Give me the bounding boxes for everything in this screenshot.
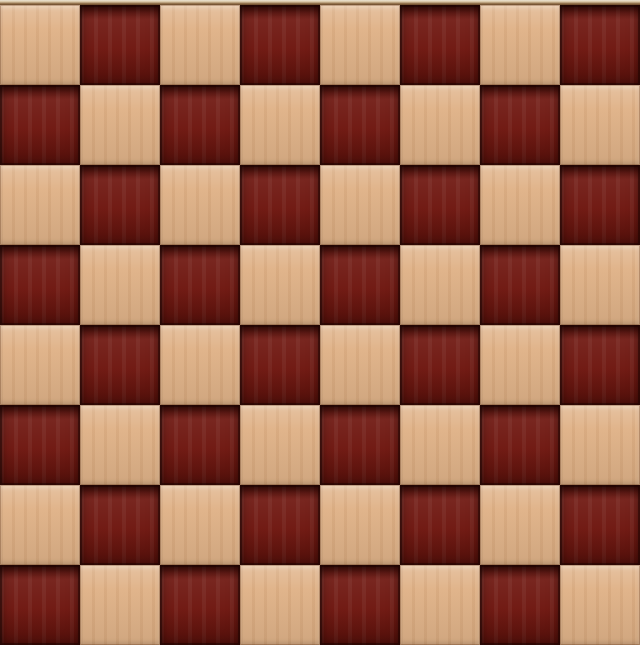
square-e7[interactable]: ♟	[320, 85, 400, 165]
square-d7[interactable]	[240, 85, 320, 165]
white-pawn: ♟	[80, 405, 160, 485]
square-a6[interactable]	[0, 165, 80, 245]
black-pawn: ♟	[560, 245, 640, 325]
square-f2[interactable]	[400, 485, 480, 565]
square-d3[interactable]	[240, 405, 320, 485]
square-c5[interactable]	[160, 245, 240, 325]
square-g6[interactable]	[480, 165, 560, 245]
square-g5[interactable]	[480, 245, 560, 325]
square-c2[interactable]	[160, 485, 240, 565]
square-a2[interactable]: ♚	[0, 485, 80, 565]
square-d1[interactable]	[240, 565, 320, 645]
square-b5[interactable]	[80, 245, 160, 325]
square-c8[interactable]	[160, 5, 240, 85]
white-knight: ♞	[320, 5, 400, 85]
square-a7[interactable]	[0, 85, 80, 165]
chess-screenshot: ♞♟♟♟♟♝♚♟♟♟♚♟♜♛ YAPLAKAL.COM	[0, 0, 640, 645]
square-f8[interactable]	[400, 5, 480, 85]
square-c6[interactable]	[160, 165, 240, 245]
square-d8[interactable]	[240, 5, 320, 85]
square-b4[interactable]: ♟	[80, 325, 160, 405]
square-e1[interactable]: ♜	[320, 565, 400, 645]
square-a8[interactable]	[0, 5, 80, 85]
square-c4[interactable]: ♝	[160, 325, 240, 405]
square-e4[interactable]: ♚	[320, 325, 400, 405]
square-f5[interactable]	[400, 245, 480, 325]
square-h3[interactable]	[560, 405, 640, 485]
square-h5[interactable]: ♟	[560, 245, 640, 325]
square-g3[interactable]	[480, 405, 560, 485]
square-b3[interactable]: ♟	[80, 405, 160, 485]
square-h4[interactable]	[560, 325, 640, 405]
square-h8[interactable]	[560, 5, 640, 85]
square-c1[interactable]	[160, 565, 240, 645]
square-b1[interactable]	[80, 565, 160, 645]
white-pawn: ♟	[320, 485, 400, 565]
square-h1[interactable]	[560, 565, 640, 645]
square-h2[interactable]	[560, 485, 640, 565]
square-a5[interactable]	[0, 245, 80, 325]
square-g8[interactable]	[480, 5, 560, 85]
square-b6[interactable]	[80, 165, 160, 245]
square-e5[interactable]	[320, 245, 400, 325]
square-d6[interactable]: ♟	[240, 165, 320, 245]
square-a4[interactable]	[0, 325, 80, 405]
square-a3[interactable]: ♟	[0, 405, 80, 485]
black-pawn: ♟	[0, 405, 80, 485]
square-f1[interactable]	[400, 565, 480, 645]
white-queen: ♛	[480, 565, 560, 645]
square-g4[interactable]	[480, 325, 560, 405]
square-d2[interactable]	[240, 485, 320, 565]
square-e3[interactable]	[320, 405, 400, 485]
square-b7[interactable]	[80, 85, 160, 165]
square-e2[interactable]: ♟	[320, 485, 400, 565]
square-e6[interactable]	[320, 165, 400, 245]
square-c3[interactable]	[160, 405, 240, 485]
white-rook: ♜	[320, 565, 400, 645]
square-b8[interactable]	[80, 5, 160, 85]
white-bishop: ♝	[160, 325, 240, 405]
white-king: ♚	[0, 485, 80, 565]
square-f7[interactable]	[400, 85, 480, 165]
square-f6[interactable]	[400, 165, 480, 245]
square-f4[interactable]: ♟	[400, 325, 480, 405]
square-h6[interactable]	[560, 165, 640, 245]
square-g7[interactable]	[480, 85, 560, 165]
square-a1[interactable]	[0, 565, 80, 645]
black-king: ♚	[320, 325, 400, 405]
square-c7[interactable]	[160, 85, 240, 165]
square-h7[interactable]	[560, 85, 640, 165]
square-d4[interactable]	[240, 325, 320, 405]
white-pawn: ♟	[400, 325, 480, 405]
chess-board: ♞♟♟♟♟♝♚♟♟♟♚♟♜♛	[0, 5, 640, 645]
square-g1[interactable]: ♛	[480, 565, 560, 645]
square-f3[interactable]	[400, 405, 480, 485]
square-e8[interactable]: ♞	[320, 5, 400, 85]
black-pawn: ♟	[320, 85, 400, 165]
square-d5[interactable]	[240, 245, 320, 325]
black-pawn: ♟	[240, 165, 320, 245]
square-g2[interactable]	[480, 485, 560, 565]
square-b2[interactable]	[80, 485, 160, 565]
black-pawn: ♟	[80, 325, 160, 405]
